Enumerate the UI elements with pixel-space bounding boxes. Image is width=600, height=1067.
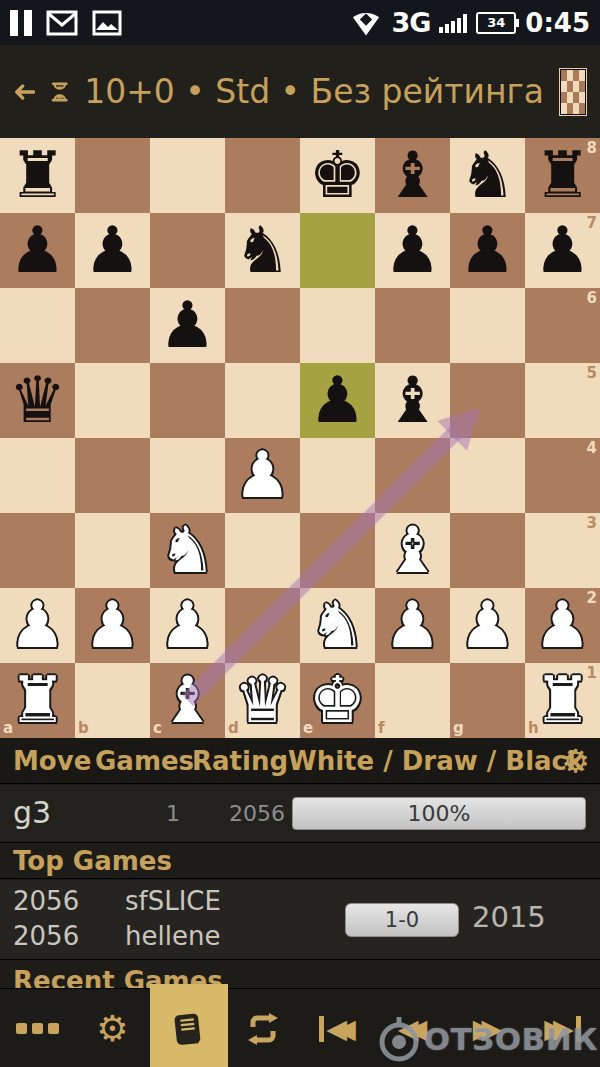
square-a5[interactable]: ♛ (0, 363, 75, 438)
square-a2[interactable]: ♟ (0, 588, 75, 663)
piece-wp: ♟ (75, 588, 150, 663)
square-c1[interactable]: ♝c (150, 663, 225, 738)
square-f2[interactable]: ♟ (375, 588, 450, 663)
square-b7[interactable]: ♟ (75, 213, 150, 288)
more-icon[interactable] (0, 989, 75, 1067)
piece-wq: ♛ (225, 663, 300, 738)
square-g8[interactable]: ♞ (450, 138, 525, 213)
piece-bb: ♝ (375, 138, 450, 213)
square-h4[interactable]: 4 (525, 438, 600, 513)
square-g2[interactable]: ♟ (450, 588, 525, 663)
hourglass-icon (51, 74, 68, 110)
gallery-icon (92, 10, 122, 36)
white-player: sfSLICE (125, 886, 221, 922)
square-e6[interactable] (300, 288, 375, 363)
square-h7[interactable]: ♟7 (525, 213, 600, 288)
piece-bp: ♟ (300, 363, 375, 438)
square-h5[interactable]: 5 (525, 363, 600, 438)
square-a6[interactable] (0, 288, 75, 363)
square-g3[interactable] (450, 513, 525, 588)
explorer-move-row[interactable]: g3 1 2056 100% (0, 785, 600, 843)
square-d7[interactable]: ♞ (225, 213, 300, 288)
square-e7[interactable] (300, 213, 375, 288)
square-b6[interactable] (75, 288, 150, 363)
piece-wk: ♚ (300, 663, 375, 738)
square-e4[interactable] (300, 438, 375, 513)
square-a7[interactable]: ♟ (0, 213, 75, 288)
watermark: ОТЗОВИК (376, 1015, 598, 1063)
explorer-settings-icon[interactable]: ⚙ (561, 742, 590, 780)
square-d2[interactable] (225, 588, 300, 663)
square-c3[interactable]: ♞ (150, 513, 225, 588)
piece-bb: ♝ (375, 363, 450, 438)
square-e8[interactable]: ♚ (300, 138, 375, 213)
network-type: 3G (391, 7, 430, 38)
square-e1[interactable]: ♚e (300, 663, 375, 738)
chess-app-screen: 3G 34 0:45 10+0 • Std • Без рейтинга ♜♚♝… (0, 0, 600, 1067)
col-rating: Rating (192, 746, 288, 776)
piece-wn: ♞ (150, 513, 225, 588)
piece-wr: ♜ (0, 663, 75, 738)
explorer-header: Move Games Rating White / Draw / Black ⚙ (0, 738, 600, 784)
piece-wp: ♟ (375, 588, 450, 663)
square-a8[interactable]: ♜ (0, 138, 75, 213)
flip-board-icon[interactable] (225, 989, 300, 1067)
col-games: Games (95, 746, 194, 776)
square-d3[interactable] (225, 513, 300, 588)
signal-bars-icon (439, 13, 467, 33)
mail-icon (46, 10, 78, 36)
piece-bn: ♞ (225, 213, 300, 288)
square-e2[interactable]: ♞ (300, 588, 375, 663)
pause-icon (10, 10, 32, 36)
app-bar: 10+0 • Std • Без рейтинга (0, 45, 600, 138)
piece-wr: ♜ (525, 663, 600, 738)
piece-wb: ♝ (375, 513, 450, 588)
col-move: Move (13, 746, 91, 776)
square-f5[interactable]: ♝ (375, 363, 450, 438)
game-info-title: 10+0 • Std • Без рейтинга (84, 72, 544, 111)
square-f7[interactable]: ♟ (375, 213, 450, 288)
square-b5[interactable] (75, 363, 150, 438)
piece-bk: ♚ (300, 138, 375, 213)
square-h3[interactable]: 3 (525, 513, 600, 588)
square-a1[interactable]: ♜a (0, 663, 75, 738)
square-h2[interactable]: ♟2 (525, 588, 600, 663)
square-c2[interactable]: ♟ (150, 588, 225, 663)
square-d1[interactable]: ♛d (225, 663, 300, 738)
top-games-header: Top Games (0, 843, 600, 879)
square-c6[interactable]: ♟ (150, 288, 225, 363)
square-d8[interactable] (225, 138, 300, 213)
chess-board[interactable]: ♜♚♝♞♜8♟♟♞♟♟♟7♟6♛♟♝5♟4♞♝3♟♟♟♞♟♟♟2♜ab♝c♛d♚… (0, 138, 600, 738)
black-rating: 2056 (0, 921, 125, 957)
square-g7[interactable]: ♟ (450, 213, 525, 288)
piece-br: ♜ (0, 138, 75, 213)
piece-wp: ♟ (150, 588, 225, 663)
square-a4[interactable] (0, 438, 75, 513)
piece-br: ♜ (525, 138, 600, 213)
square-h1[interactable]: ♜h1 (525, 663, 600, 738)
top-game-row[interactable]: 2056 sfSLICE 2056 hellene 1-0 2015 (0, 880, 600, 960)
piece-wn: ♞ (300, 588, 375, 663)
piece-bq: ♛ (0, 363, 75, 438)
square-f8[interactable]: ♝ (375, 138, 450, 213)
games-count: 1 (120, 801, 180, 826)
piece-bp: ♟ (0, 213, 75, 288)
square-d5[interactable] (225, 363, 300, 438)
white-rating: 2056 (0, 886, 125, 922)
piece-wp: ♟ (525, 588, 600, 663)
black-player: hellene (125, 921, 220, 957)
square-e3[interactable] (300, 513, 375, 588)
square-d6[interactable] (225, 288, 300, 363)
watermark-logo-icon (376, 1015, 422, 1063)
piece-bp: ♟ (150, 288, 225, 363)
piece-bp: ♟ (375, 213, 450, 288)
square-f3[interactable]: ♝ (375, 513, 450, 588)
square-b1[interactable]: b (75, 663, 150, 738)
square-d4[interactable]: ♟ (225, 438, 300, 513)
piece-wp: ♟ (450, 588, 525, 663)
settings-icon[interactable]: ⚙ (75, 989, 150, 1067)
square-c5[interactable] (150, 363, 225, 438)
back-button[interactable] (14, 76, 35, 108)
status-bar: 3G 34 0:45 (0, 0, 600, 45)
opening-book-icon[interactable] (150, 989, 225, 1067)
square-g5[interactable] (450, 363, 525, 438)
game-year: 2015 (472, 900, 546, 934)
piece-wp: ♟ (225, 438, 300, 513)
square-b2[interactable]: ♟ (75, 588, 150, 663)
board-thumbnail-icon[interactable] (560, 69, 586, 115)
col-white-draw-black: White / Draw / Black (288, 746, 584, 776)
result-button[interactable]: 1-0 (345, 903, 459, 937)
square-e5[interactable]: ♟ (300, 363, 375, 438)
square-g1[interactable]: g (450, 663, 525, 738)
watermark-text: ОТЗОВИК (424, 1021, 598, 1057)
move-label: g3 (13, 795, 51, 830)
square-f4[interactable] (375, 438, 450, 513)
square-b4[interactable] (75, 438, 150, 513)
square-b3[interactable] (75, 513, 150, 588)
piece-wp: ♟ (0, 588, 75, 663)
square-a3[interactable] (0, 513, 75, 588)
clock-time: 0:45 (525, 8, 590, 38)
square-c4[interactable] (150, 438, 225, 513)
square-b8[interactable] (75, 138, 150, 213)
battery-icon: 34 (476, 12, 516, 34)
square-c7[interactable] (150, 213, 225, 288)
square-f1[interactable]: f (375, 663, 450, 738)
piece-bp: ♟ (525, 213, 600, 288)
piece-wb: ♝ (150, 663, 225, 738)
white-win-bar: 100% (292, 797, 586, 830)
square-c8[interactable] (150, 138, 225, 213)
square-g6[interactable] (450, 288, 525, 363)
square-h8[interactable]: ♜8 (525, 138, 600, 213)
piece-bp: ♟ (75, 213, 150, 288)
square-f6[interactable] (375, 288, 450, 363)
wifi-icon (350, 9, 382, 37)
piece-bn: ♞ (450, 138, 525, 213)
piece-bp: ♟ (450, 213, 525, 288)
avg-rating: 2056 (210, 801, 285, 826)
square-g4[interactable] (450, 438, 525, 513)
skip-to-start-icon[interactable]: ◀◀ (300, 989, 375, 1067)
square-h6[interactable]: 6 (525, 288, 600, 363)
